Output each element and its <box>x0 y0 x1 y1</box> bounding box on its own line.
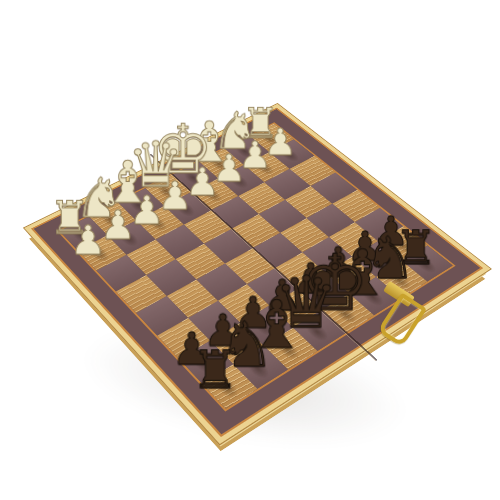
board-grid: ♜♟♟♜♞♟♟♞♝♟♟♝♚♟♟♚♛♟♟♛♝♟♟♝♞♟♟♞♜♟♟♜ <box>59 124 452 409</box>
chess-board: ♜♟♟♜♞♟♟♞♝♟♟♝♚♟♟♚♛♟♟♛♝♟♟♝♞♟♟♞♜♟♟♜ <box>24 104 490 444</box>
black-rook-a8: ♜ <box>191 343 238 395</box>
scene: ♜♟♟♜♞♟♟♞♝♟♟♝♚♟♟♚♛♟♟♛♝♟♟♝♞♟♟♞♜♟♟♜ <box>0 0 500 500</box>
white-pawn-a2: ♟ <box>70 220 106 260</box>
